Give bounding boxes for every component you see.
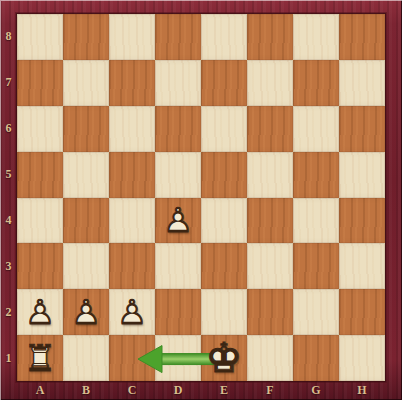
square-f2[interactable]	[247, 289, 293, 335]
square-a5[interactable]	[17, 152, 63, 198]
square-c8[interactable]	[109, 14, 155, 60]
square-c1[interactable]	[109, 335, 155, 381]
white-pawn[interactable]: ♟♙	[163, 203, 193, 237]
pawn-outline-glyph: ♙	[117, 295, 147, 329]
rank-label-8: 8	[0, 14, 17, 60]
square-d5[interactable]	[155, 152, 201, 198]
square-g6[interactable]	[293, 106, 339, 152]
rook-outline-glyph: ♖	[23, 340, 56, 377]
square-f1[interactable]	[247, 335, 293, 381]
square-d4[interactable]: ♟♙	[155, 198, 201, 244]
square-a6[interactable]	[17, 106, 63, 152]
square-a3[interactable]	[17, 243, 63, 289]
rank-label-3: 3	[0, 243, 17, 289]
white-pawn[interactable]: ♟♙	[71, 295, 101, 329]
square-c7[interactable]	[109, 60, 155, 106]
square-b5[interactable]	[63, 152, 109, 198]
square-e1[interactable]: ♚♔	[201, 335, 247, 381]
square-f5[interactable]	[247, 152, 293, 198]
file-label-b: B	[63, 381, 109, 400]
square-g1[interactable]	[293, 335, 339, 381]
file-label-h: H	[339, 381, 385, 400]
rank-labels: 87654321	[0, 14, 17, 381]
rank-label-6: 6	[0, 106, 17, 152]
square-c3[interactable]	[109, 243, 155, 289]
square-g4[interactable]	[293, 198, 339, 244]
square-a4[interactable]	[17, 198, 63, 244]
square-b7[interactable]	[63, 60, 109, 106]
file-label-d: D	[155, 381, 201, 400]
rank-label-2: 2	[0, 289, 17, 335]
square-c4[interactable]	[109, 198, 155, 244]
square-a7[interactable]	[17, 60, 63, 106]
square-d8[interactable]	[155, 14, 201, 60]
file-label-g: G	[293, 381, 339, 400]
file-label-f: F	[247, 381, 293, 400]
square-d6[interactable]	[155, 106, 201, 152]
square-b2[interactable]: ♟♙	[63, 289, 109, 335]
square-b3[interactable]	[63, 243, 109, 289]
square-e4[interactable]	[201, 198, 247, 244]
square-a8[interactable]	[17, 14, 63, 60]
file-labels: ABCDEFGH	[17, 381, 385, 400]
square-e3[interactable]	[201, 243, 247, 289]
square-e8[interactable]	[201, 14, 247, 60]
pawn-outline-glyph: ♙	[71, 295, 101, 329]
square-d1[interactable]	[155, 335, 201, 381]
square-d3[interactable]	[155, 243, 201, 289]
rank-label-1: 1	[0, 335, 17, 381]
pawn-outline-glyph: ♙	[25, 295, 55, 329]
square-f4[interactable]	[247, 198, 293, 244]
square-g2[interactable]	[293, 289, 339, 335]
square-b4[interactable]	[63, 198, 109, 244]
square-e7[interactable]	[201, 60, 247, 106]
square-g8[interactable]	[293, 14, 339, 60]
square-h1[interactable]	[339, 335, 385, 381]
square-b1[interactable]	[63, 335, 109, 381]
square-g5[interactable]	[293, 152, 339, 198]
square-e6[interactable]	[201, 106, 247, 152]
white-king[interactable]: ♚♔	[206, 338, 243, 379]
square-g3[interactable]	[293, 243, 339, 289]
white-pawn[interactable]: ♟♙	[117, 295, 147, 329]
square-d7[interactable]	[155, 60, 201, 106]
square-a2[interactable]: ♟♙	[17, 289, 63, 335]
square-c2[interactable]: ♟♙	[109, 289, 155, 335]
square-h8[interactable]	[339, 14, 385, 60]
square-b6[interactable]	[63, 106, 109, 152]
square-b8[interactable]	[63, 14, 109, 60]
board: ♟♙♟♙♟♙♟♙♜♖♚♔	[17, 14, 385, 381]
rank-label-5: 5	[0, 152, 17, 198]
square-g7[interactable]	[293, 60, 339, 106]
square-h6[interactable]	[339, 106, 385, 152]
square-c5[interactable]	[109, 152, 155, 198]
square-d2[interactable]	[155, 289, 201, 335]
square-e5[interactable]	[201, 152, 247, 198]
square-f6[interactable]	[247, 106, 293, 152]
square-f8[interactable]	[247, 14, 293, 60]
square-e2[interactable]	[201, 289, 247, 335]
square-f3[interactable]	[247, 243, 293, 289]
square-h2[interactable]	[339, 289, 385, 335]
square-f7[interactable]	[247, 60, 293, 106]
square-h3[interactable]	[339, 243, 385, 289]
file-label-e: E	[201, 381, 247, 400]
square-a1[interactable]: ♜♖	[17, 335, 63, 381]
file-label-c: C	[109, 381, 155, 400]
king-outline-glyph: ♔	[206, 338, 243, 379]
square-h7[interactable]	[339, 60, 385, 106]
square-h4[interactable]	[339, 198, 385, 244]
rank-label-7: 7	[0, 60, 17, 106]
rank-label-4: 4	[0, 198, 17, 244]
white-pawn[interactable]: ♟♙	[25, 295, 55, 329]
file-label-a: A	[17, 381, 63, 400]
square-h5[interactable]	[339, 152, 385, 198]
square-c6[interactable]	[109, 106, 155, 152]
pawn-outline-glyph: ♙	[163, 203, 193, 237]
chessboard-frame: 87654321 ABCDEFGH ♟♙♟♙♟♙♟♙♜♖♚♔	[0, 0, 402, 400]
white-rook[interactable]: ♜♖	[23, 340, 56, 377]
